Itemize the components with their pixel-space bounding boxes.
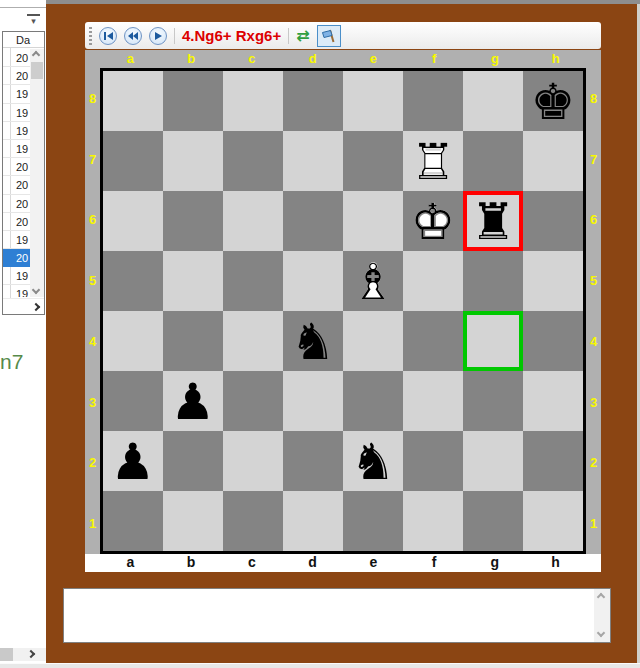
piece-black-knight: ♞ <box>283 311 343 371</box>
square-c2[interactable] <box>223 431 283 491</box>
square-g8[interactable] <box>463 71 523 131</box>
window-top-edge <box>46 0 640 4</box>
game-list-row[interactable]: 19 <box>3 85 30 103</box>
rank-label-1: 1 <box>586 493 601 554</box>
notes-vertical-scrollbar[interactable] <box>594 589 610 642</box>
square-d5[interactable] <box>283 251 343 311</box>
current-move-label: 4.Ng6+ Rxg6+ <box>182 27 281 44</box>
games-list-grid: Da 2020191919192020202019201919 <box>2 31 45 315</box>
game-list-row[interactable]: 19 <box>3 104 30 122</box>
square-b3[interactable]: ♟ <box>163 371 223 431</box>
square-e5[interactable]: ♝♗ <box>343 251 403 311</box>
scroll-down-icon[interactable] <box>597 629 605 637</box>
file-label-f: f <box>404 554 465 572</box>
scrollbar-thumb[interactable] <box>0 648 13 661</box>
square-b5[interactable] <box>163 251 223 311</box>
square-e3[interactable] <box>343 371 403 431</box>
file-label-c: c <box>222 50 283 68</box>
rank-label-8: 8 <box>586 68 601 129</box>
square-g7[interactable] <box>463 131 523 191</box>
piece-white-rook: ♖ <box>403 131 463 191</box>
file-label-b: b <box>161 554 222 572</box>
window-bottom-edge <box>0 663 640 668</box>
rank-label-7: 7 <box>85 129 100 190</box>
game-list-row[interactable]: 19 <box>3 267 30 285</box>
file-label-e: e <box>343 554 404 572</box>
square-f5[interactable] <box>403 251 463 311</box>
square-e7[interactable] <box>343 131 403 191</box>
game-list-row[interactable]: 20 <box>3 195 30 213</box>
rank-label-7: 7 <box>586 129 601 190</box>
square-d4[interactable]: ♞ <box>283 311 343 371</box>
scrollbar-thumb[interactable] <box>31 62 43 79</box>
square-g2[interactable] <box>463 431 523 491</box>
square-b4[interactable] <box>163 311 223 371</box>
square-b1[interactable] <box>163 491 223 551</box>
square-d7[interactable] <box>283 131 343 191</box>
file-label-h: h <box>525 50 586 68</box>
square-h1[interactable] <box>523 491 583 551</box>
desktop: ▾ Da 2020191919192020202019201919 n7 <box>0 0 640 668</box>
game-list-row[interactable]: 20 <box>3 49 30 67</box>
scroll-up-icon[interactable] <box>597 593 605 601</box>
grid-horizontal-scrollbar[interactable] <box>3 298 44 314</box>
step-forward-button[interactable] <box>149 27 167 45</box>
file-label-b: b <box>161 50 222 68</box>
piece-black-rook: ♜ <box>463 191 523 251</box>
piece-white-king: ♔ <box>403 191 463 251</box>
square-g4[interactable] <box>463 311 523 371</box>
file-label-a: a <box>100 50 161 68</box>
file-label-d: d <box>282 50 343 68</box>
rank-label-3: 3 <box>586 372 601 433</box>
square-b2[interactable] <box>163 431 223 491</box>
square-d6[interactable] <box>283 191 343 251</box>
game-list-row[interactable]: 19 <box>3 122 30 140</box>
grid-vertical-scrollbar[interactable] <box>30 49 44 297</box>
piece-white-bishop: ♗ <box>343 251 403 311</box>
square-a4[interactable] <box>103 311 163 371</box>
game-list-row[interactable]: 19 <box>3 285 30 297</box>
flip-board-icon[interactable]: ⇄ <box>296 28 309 44</box>
first-move-button[interactable] <box>99 27 117 45</box>
rank-label-4: 4 <box>586 311 601 372</box>
rank-label-3: 3 <box>85 372 100 433</box>
square-a6[interactable] <box>103 191 163 251</box>
square-f2[interactable] <box>403 431 463 491</box>
move-navigation-toolbar: 4.Ng6+ Rxg6+ ⇄ <box>85 22 601 49</box>
file-labels-bottom: abcdefgh <box>85 554 601 572</box>
chess-board-widget: abcdefgh 87654321 87654321 ♚♜♖♚♔♜♝♗♞♟♟♞ … <box>85 50 601 572</box>
square-c6[interactable] <box>223 191 283 251</box>
step-back-button[interactable] <box>124 27 142 45</box>
square-h2[interactable] <box>523 431 583 491</box>
rank-labels-right: 87654321 <box>586 68 601 554</box>
scroll-right-icon[interactable] <box>27 650 35 658</box>
square-g3[interactable] <box>463 371 523 431</box>
square-c1[interactable] <box>223 491 283 551</box>
file-label-d: d <box>282 554 343 572</box>
games-list-rows: 2020191919192020202019201919 <box>3 49 30 297</box>
square-c8[interactable] <box>223 71 283 131</box>
rank-label-6: 6 <box>586 190 601 251</box>
game-list-row[interactable]: 19 <box>3 140 30 158</box>
scroll-down-icon[interactable] <box>32 286 40 294</box>
toolbar-separator <box>288 28 289 44</box>
game-list-row[interactable]: 20 <box>3 176 30 194</box>
piece-white-king-fill: ♚ <box>403 191 463 251</box>
background-window: ▾ Da 2020191919192020202019201919 n7 <box>0 0 46 668</box>
piece-black-pawn: ♟ <box>103 431 163 491</box>
square-d3[interactable] <box>283 371 343 431</box>
piece-white-bishop-fill: ♝ <box>343 251 403 311</box>
rank-label-6: 6 <box>85 190 100 251</box>
square-g1[interactable] <box>463 491 523 551</box>
square-g6[interactable]: ♜ <box>463 191 523 251</box>
file-label-g: g <box>465 50 526 68</box>
rank-label-8: 8 <box>85 68 100 129</box>
square-c7[interactable] <box>223 131 283 191</box>
piece-black-knight: ♞ <box>343 431 403 491</box>
file-label-a: a <box>100 554 161 572</box>
game-list-row[interactable]: 20 <box>3 158 30 176</box>
square-h4[interactable] <box>523 311 583 371</box>
square-d1[interactable] <box>283 491 343 551</box>
scroll-up-icon[interactable] <box>32 51 40 59</box>
square-e8[interactable] <box>343 71 403 131</box>
square-h5[interactable] <box>523 251 583 311</box>
game-list-row[interactable]: 20 <box>3 67 30 85</box>
square-b7[interactable] <box>163 131 223 191</box>
window-horizontal-scrollbar[interactable] <box>0 648 46 661</box>
annotation-textarea[interactable] <box>63 588 611 643</box>
file-label-g: g <box>465 554 526 572</box>
rank-label-5: 5 <box>586 250 601 311</box>
square-b6[interactable] <box>163 191 223 251</box>
rank-labels-left: 87654321 <box>85 68 100 554</box>
square-a1[interactable] <box>103 491 163 551</box>
date-column-header[interactable]: Da <box>3 32 44 48</box>
rank-label-2: 2 <box>85 433 100 494</box>
game-list-row[interactable]: 20 <box>3 213 30 231</box>
piece-black-pawn: ♟ <box>163 371 223 431</box>
square-f1[interactable] <box>403 491 463 551</box>
file-label-e: e <box>343 50 404 68</box>
square-f4[interactable] <box>403 311 463 371</box>
square-e6[interactable] <box>343 191 403 251</box>
square-a3[interactable] <box>103 371 163 431</box>
grid-customize-icon[interactable]: ▾ <box>27 14 40 26</box>
square-e1[interactable] <box>343 491 403 551</box>
piece-black-king: ♚ <box>523 71 583 131</box>
game-list-row[interactable]: 20 <box>3 249 30 267</box>
square-c3[interactable] <box>223 371 283 431</box>
scroll-right-icon[interactable] <box>32 303 40 311</box>
square-h3[interactable] <box>523 371 583 431</box>
square-c4[interactable] <box>223 311 283 371</box>
square-h8[interactable]: ♚ <box>523 71 583 131</box>
game-list-row[interactable]: 19 <box>3 231 30 249</box>
chess-app-window: 4.Ng6+ Rxg6+ ⇄ abcdefgh 87654321 8765432… <box>46 0 640 664</box>
square-f6[interactable]: ♚♔ <box>403 191 463 251</box>
file-labels-top: abcdefgh <box>100 50 586 68</box>
move-notation-fragment: n7 <box>0 350 23 374</box>
chess-board: ♚♜♖♚♔♜♝♗♞♟♟♞ <box>100 68 586 554</box>
rank-label-5: 5 <box>85 250 100 311</box>
square-e4[interactable] <box>343 311 403 371</box>
square-f8[interactable] <box>403 71 463 131</box>
square-e2[interactable]: ♞ <box>343 431 403 491</box>
rank-label-2: 2 <box>586 433 601 494</box>
square-d8[interactable] <box>283 71 343 131</box>
square-a5[interactable] <box>103 251 163 311</box>
flag-toggle-button[interactable] <box>317 25 341 47</box>
square-b8[interactable] <box>163 71 223 131</box>
square-f3[interactable] <box>403 371 463 431</box>
square-a7[interactable] <box>103 131 163 191</box>
square-c5[interactable] <box>223 251 283 311</box>
square-g5[interactable] <box>463 251 523 311</box>
skip-to-start-icon <box>103 31 114 41</box>
square-a2[interactable]: ♟ <box>103 431 163 491</box>
rank-label-1: 1 <box>85 493 100 554</box>
file-label-c: c <box>222 554 283 572</box>
panel-divider <box>0 7 46 8</box>
square-a8[interactable] <box>103 71 163 131</box>
step-forward-icon <box>154 31 163 41</box>
square-h7[interactable] <box>523 131 583 191</box>
square-h6[interactable] <box>523 191 583 251</box>
toolbar-separator <box>174 28 175 44</box>
flag-icon <box>320 28 337 44</box>
step-back-icon <box>127 31 139 41</box>
square-d2[interactable] <box>283 431 343 491</box>
rank-label-4: 4 <box>85 311 100 372</box>
square-f7[interactable]: ♜♖ <box>403 131 463 191</box>
toolbar-grip[interactable] <box>89 27 92 45</box>
piece-white-rook-fill: ♜ <box>403 131 463 191</box>
file-label-f: f <box>404 50 465 68</box>
file-label-h: h <box>525 554 586 572</box>
